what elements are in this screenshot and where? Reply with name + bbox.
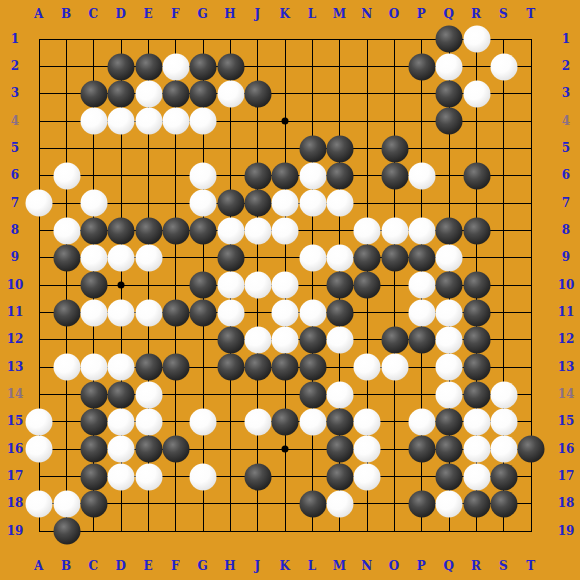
- white-stone-e17[interactable]: [135, 463, 162, 490]
- black-stone-l12[interactable]: [299, 326, 326, 353]
- white-stone-b13[interactable]: [53, 354, 80, 381]
- white-stone-p6[interactable]: [408, 162, 435, 189]
- black-stone-r10[interactable]: [463, 272, 490, 299]
- column-label-bottom-o: O: [389, 560, 399, 572]
- black-stone-d3[interactable]: [108, 80, 135, 107]
- black-stone-e2[interactable]: [135, 53, 162, 80]
- white-stone-r15[interactable]: [463, 408, 490, 435]
- black-stone-q15[interactable]: [436, 408, 463, 435]
- column-label-top-n: N: [361, 8, 372, 20]
- black-stone-l13[interactable]: [299, 354, 326, 381]
- white-stone-r17[interactable]: [463, 463, 490, 490]
- white-stone-h10[interactable]: [217, 272, 244, 299]
- black-stone-e16[interactable]: [135, 436, 162, 463]
- black-stone-o12[interactable]: [381, 326, 408, 353]
- white-stone-q12[interactable]: [436, 326, 463, 353]
- row-label-right-7: 7: [562, 197, 570, 209]
- black-stone-o6[interactable]: [381, 162, 408, 189]
- white-stone-a15[interactable]: [26, 408, 53, 435]
- black-stone-d8[interactable]: [108, 217, 135, 244]
- row-label-left-11: 11: [7, 306, 24, 318]
- white-stone-d13[interactable]: [108, 354, 135, 381]
- white-stone-d9[interactable]: [108, 244, 135, 271]
- black-stone-n9[interactable]: [354, 244, 381, 271]
- black-stone-m11[interactable]: [326, 299, 353, 326]
- grid-vertical-line: [394, 39, 395, 532]
- black-stone-q16[interactable]: [436, 436, 463, 463]
- white-stone-b6[interactable]: [53, 162, 80, 189]
- row-label-right-8: 8: [562, 224, 570, 236]
- white-stone-a18[interactable]: [26, 490, 53, 517]
- column-label-bottom-h: H: [224, 560, 235, 572]
- white-stone-a16[interactable]: [26, 436, 53, 463]
- white-stone-p11[interactable]: [408, 299, 435, 326]
- black-stone-f8[interactable]: [162, 217, 189, 244]
- black-stone-j3[interactable]: [244, 80, 271, 107]
- go-board[interactable]: AABBCCDDEEFFGGHHJJKKLLMMNNOOPPQQRRSSTT11…: [0, 0, 580, 580]
- black-stone-o9[interactable]: [381, 244, 408, 271]
- black-stone-n10[interactable]: [354, 272, 381, 299]
- row-label-right-10: 10: [558, 279, 575, 291]
- white-stone-r16[interactable]: [463, 436, 490, 463]
- white-stone-s2[interactable]: [490, 53, 517, 80]
- black-stone-h7[interactable]: [217, 190, 244, 217]
- row-label-left-12: 12: [7, 333, 24, 345]
- row-label-right-14: 14: [558, 388, 575, 400]
- row-label-left-3: 3: [11, 87, 19, 99]
- column-label-bottom-l: L: [308, 560, 316, 572]
- column-label-bottom-b: B: [61, 560, 71, 572]
- white-stone-s14[interactable]: [490, 381, 517, 408]
- black-stone-c14[interactable]: [80, 381, 107, 408]
- white-stone-e9[interactable]: [135, 244, 162, 271]
- black-stone-f11[interactable]: [162, 299, 189, 326]
- column-label-top-q: Q: [443, 8, 453, 20]
- black-stone-r6[interactable]: [463, 162, 490, 189]
- white-stone-l7[interactable]: [299, 190, 326, 217]
- black-stone-j13[interactable]: [244, 354, 271, 381]
- black-stone-s17[interactable]: [490, 463, 517, 490]
- black-stone-c15[interactable]: [80, 408, 107, 435]
- black-stone-q1[interactable]: [436, 26, 463, 53]
- row-label-right-9: 9: [562, 251, 570, 263]
- row-label-left-17: 17: [7, 470, 24, 482]
- white-stone-s16[interactable]: [490, 436, 517, 463]
- black-stone-m16[interactable]: [326, 436, 353, 463]
- black-stone-p12[interactable]: [408, 326, 435, 353]
- row-label-right-18: 18: [558, 497, 575, 509]
- white-stone-n15[interactable]: [354, 408, 381, 435]
- black-stone-f13[interactable]: [162, 354, 189, 381]
- row-label-left-1: 1: [11, 33, 19, 45]
- black-stone-f3[interactable]: [162, 80, 189, 107]
- row-label-right-13: 13: [558, 361, 575, 373]
- black-stone-p16[interactable]: [408, 436, 435, 463]
- column-label-bottom-r: R: [471, 560, 481, 572]
- black-stone-b9[interactable]: [53, 244, 80, 271]
- white-stone-g4[interactable]: [190, 108, 217, 135]
- white-stone-j12[interactable]: [244, 326, 271, 353]
- white-stone-f2[interactable]: [162, 53, 189, 80]
- black-stone-t16[interactable]: [518, 436, 545, 463]
- white-stone-d16[interactable]: [108, 436, 135, 463]
- white-stone-l11[interactable]: [299, 299, 326, 326]
- row-label-left-18: 18: [7, 497, 24, 509]
- column-label-top-s: S: [499, 8, 508, 20]
- white-stone-c4[interactable]: [80, 108, 107, 135]
- white-stone-k11[interactable]: [272, 299, 299, 326]
- row-label-right-12: 12: [558, 333, 575, 345]
- row-label-right-11: 11: [558, 306, 575, 318]
- white-stone-p8[interactable]: [408, 217, 435, 244]
- white-stone-c13[interactable]: [80, 354, 107, 381]
- black-stone-l18[interactable]: [299, 490, 326, 517]
- white-stone-q9[interactable]: [436, 244, 463, 271]
- row-label-right-3: 3: [562, 87, 570, 99]
- row-label-right-5: 5: [562, 142, 570, 154]
- white-stone-q14[interactable]: [436, 381, 463, 408]
- white-stone-s15[interactable]: [490, 408, 517, 435]
- black-stone-e13[interactable]: [135, 354, 162, 381]
- white-stone-p10[interactable]: [408, 272, 435, 299]
- black-stone-g10[interactable]: [190, 272, 217, 299]
- black-stone-f16[interactable]: [162, 436, 189, 463]
- black-stone-r13[interactable]: [463, 354, 490, 381]
- row-label-right-15: 15: [558, 415, 575, 427]
- black-stone-h2[interactable]: [217, 53, 244, 80]
- column-label-bottom-d: D: [115, 560, 125, 572]
- white-stone-e15[interactable]: [135, 408, 162, 435]
- white-stone-d15[interactable]: [108, 408, 135, 435]
- white-stone-j10[interactable]: [244, 272, 271, 299]
- black-stone-m5[interactable]: [326, 135, 353, 162]
- white-stone-f4[interactable]: [162, 108, 189, 135]
- column-label-top-h: H: [224, 8, 235, 20]
- white-stone-n13[interactable]: [354, 354, 381, 381]
- white-stone-q13[interactable]: [436, 354, 463, 381]
- white-stone-r3[interactable]: [463, 80, 490, 107]
- white-stone-m18[interactable]: [326, 490, 353, 517]
- column-label-bottom-n: N: [361, 560, 372, 572]
- white-stone-h3[interactable]: [217, 80, 244, 107]
- hoshi-point-k16: [282, 446, 289, 453]
- black-stone-c18[interactable]: [80, 490, 107, 517]
- white-stone-r1[interactable]: [463, 26, 490, 53]
- white-stone-a7[interactable]: [26, 190, 53, 217]
- hoshi-point-k4: [282, 118, 289, 125]
- column-label-top-g: G: [198, 8, 208, 20]
- black-stone-g11[interactable]: [190, 299, 217, 326]
- column-label-bottom-k: K: [279, 560, 289, 572]
- white-stone-m7[interactable]: [326, 190, 353, 217]
- black-stone-q17[interactable]: [436, 463, 463, 490]
- column-label-top-d: D: [115, 8, 125, 20]
- white-stone-e11[interactable]: [135, 299, 162, 326]
- white-stone-n17[interactable]: [354, 463, 381, 490]
- column-label-bottom-f: F: [171, 560, 180, 572]
- column-label-bottom-m: M: [333, 560, 346, 572]
- column-label-bottom-c: C: [89, 560, 99, 572]
- row-label-right-16: 16: [558, 443, 575, 455]
- column-label-bottom-p: P: [417, 560, 426, 572]
- white-stone-g6[interactable]: [190, 162, 217, 189]
- black-stone-q8[interactable]: [436, 217, 463, 244]
- column-label-top-m: M: [333, 8, 346, 20]
- black-stone-l14[interactable]: [299, 381, 326, 408]
- white-stone-k10[interactable]: [272, 272, 299, 299]
- column-label-bottom-t: T: [526, 560, 535, 572]
- white-stone-k7[interactable]: [272, 190, 299, 217]
- row-label-left-16: 16: [7, 443, 24, 455]
- column-label-top-t: T: [526, 8, 535, 20]
- black-stone-r18[interactable]: [463, 490, 490, 517]
- column-label-top-o: O: [389, 8, 399, 20]
- row-label-right-1: 1: [562, 33, 570, 45]
- black-stone-k15[interactable]: [272, 408, 299, 435]
- row-label-left-10: 10: [7, 279, 24, 291]
- white-stone-g7[interactable]: [190, 190, 217, 217]
- row-label-left-19: 19: [7, 525, 24, 537]
- black-stone-g8[interactable]: [190, 217, 217, 244]
- white-stone-g17[interactable]: [190, 463, 217, 490]
- row-label-left-5: 5: [11, 142, 19, 154]
- column-label-bottom-e: E: [143, 560, 152, 572]
- white-stone-c9[interactable]: [80, 244, 107, 271]
- white-stone-l6[interactable]: [299, 162, 326, 189]
- white-stone-q2[interactable]: [436, 53, 463, 80]
- column-label-top-a: A: [34, 8, 43, 20]
- black-stone-h12[interactable]: [217, 326, 244, 353]
- black-stone-g3[interactable]: [190, 80, 217, 107]
- black-stone-g2[interactable]: [190, 53, 217, 80]
- white-stone-l15[interactable]: [299, 408, 326, 435]
- white-stone-k8[interactable]: [272, 217, 299, 244]
- black-stone-l5[interactable]: [299, 135, 326, 162]
- row-label-left-6: 6: [11, 169, 19, 181]
- black-stone-s18[interactable]: [490, 490, 517, 517]
- white-stone-n8[interactable]: [354, 217, 381, 244]
- black-stone-p9[interactable]: [408, 244, 435, 271]
- white-stone-m9[interactable]: [326, 244, 353, 271]
- column-label-bottom-j: J: [255, 560, 261, 572]
- black-stone-m17[interactable]: [326, 463, 353, 490]
- black-stone-c16[interactable]: [80, 436, 107, 463]
- column-label-top-c: C: [89, 8, 99, 20]
- white-stone-c11[interactable]: [80, 299, 107, 326]
- black-stone-o5[interactable]: [381, 135, 408, 162]
- white-stone-e4[interactable]: [135, 108, 162, 135]
- black-stone-r8[interactable]: [463, 217, 490, 244]
- white-stone-j8[interactable]: [244, 217, 271, 244]
- column-label-top-p: P: [417, 8, 426, 20]
- column-label-top-j: J: [255, 8, 261, 20]
- column-label-bottom-a: A: [34, 560, 43, 572]
- white-stone-o8[interactable]: [381, 217, 408, 244]
- black-stone-m10[interactable]: [326, 272, 353, 299]
- row-label-left-13: 13: [7, 361, 24, 373]
- white-stone-d11[interactable]: [108, 299, 135, 326]
- black-stone-b19[interactable]: [53, 518, 80, 545]
- column-label-top-b: B: [61, 8, 71, 20]
- black-stone-p2[interactable]: [408, 53, 435, 80]
- white-stone-p15[interactable]: [408, 408, 435, 435]
- black-stone-b11[interactable]: [53, 299, 80, 326]
- black-stone-h13[interactable]: [217, 354, 244, 381]
- black-stone-r14[interactable]: [463, 381, 490, 408]
- black-stone-q4[interactable]: [436, 108, 463, 135]
- white-stone-m14[interactable]: [326, 381, 353, 408]
- black-stone-k13[interactable]: [272, 354, 299, 381]
- grid-vertical-line: [312, 39, 313, 532]
- row-label-left-14: 14: [7, 388, 24, 400]
- row-label-right-19: 19: [558, 525, 575, 537]
- row-label-right-4: 4: [562, 115, 570, 127]
- white-stone-h11[interactable]: [217, 299, 244, 326]
- black-stone-k6[interactable]: [272, 162, 299, 189]
- black-stone-d14[interactable]: [108, 381, 135, 408]
- column-label-top-r: R: [471, 8, 481, 20]
- white-stone-k12[interactable]: [272, 326, 299, 353]
- black-stone-j7[interactable]: [244, 190, 271, 217]
- row-label-left-7: 7: [11, 197, 19, 209]
- black-stone-c8[interactable]: [80, 217, 107, 244]
- black-stone-h9[interactable]: [217, 244, 244, 271]
- column-label-bottom-g: G: [198, 560, 208, 572]
- white-stone-q11[interactable]: [436, 299, 463, 326]
- column-label-top-l: L: [308, 8, 316, 20]
- black-stone-q10[interactable]: [436, 272, 463, 299]
- black-stone-r11[interactable]: [463, 299, 490, 326]
- white-stone-e14[interactable]: [135, 381, 162, 408]
- white-stone-h8[interactable]: [217, 217, 244, 244]
- column-label-bottom-q: Q: [443, 560, 453, 572]
- white-stone-j15[interactable]: [244, 408, 271, 435]
- column-label-top-k: K: [279, 8, 289, 20]
- column-label-top-f: F: [171, 8, 180, 20]
- white-stone-n16[interactable]: [354, 436, 381, 463]
- row-label-right-6: 6: [562, 169, 570, 181]
- white-stone-d17[interactable]: [108, 463, 135, 490]
- row-label-left-8: 8: [11, 224, 19, 236]
- black-stone-p18[interactable]: [408, 490, 435, 517]
- black-stone-m6[interactable]: [326, 162, 353, 189]
- white-stone-g15[interactable]: [190, 408, 217, 435]
- white-stone-e3[interactable]: [135, 80, 162, 107]
- black-stone-r12[interactable]: [463, 326, 490, 353]
- row-label-left-15: 15: [7, 415, 24, 427]
- grid-horizontal-line: [39, 531, 532, 532]
- row-label-right-2: 2: [562, 60, 570, 72]
- white-stone-l9[interactable]: [299, 244, 326, 271]
- black-stone-c17[interactable]: [80, 463, 107, 490]
- black-stone-q3[interactable]: [436, 80, 463, 107]
- row-label-left-2: 2: [11, 60, 19, 72]
- black-stone-d2[interactable]: [108, 53, 135, 80]
- row-label-left-4: 4: [11, 115, 19, 127]
- black-stone-c10[interactable]: [80, 272, 107, 299]
- white-stone-m12[interactable]: [326, 326, 353, 353]
- row-label-right-17: 17: [558, 470, 575, 482]
- black-stone-e8[interactable]: [135, 217, 162, 244]
- column-label-bottom-s: S: [499, 560, 508, 572]
- white-stone-b8[interactable]: [53, 217, 80, 244]
- white-stone-b18[interactable]: [53, 490, 80, 517]
- black-stone-j6[interactable]: [244, 162, 271, 189]
- black-stone-j17[interactable]: [244, 463, 271, 490]
- row-label-left-9: 9: [11, 251, 19, 263]
- white-stone-d4[interactable]: [108, 108, 135, 135]
- black-stone-m15[interactable]: [326, 408, 353, 435]
- white-stone-q18[interactable]: [436, 490, 463, 517]
- black-stone-c3[interactable]: [80, 80, 107, 107]
- hoshi-point-d10: [118, 282, 125, 289]
- white-stone-c7[interactable]: [80, 190, 107, 217]
- column-label-top-e: E: [143, 8, 152, 20]
- white-stone-o13[interactable]: [381, 354, 408, 381]
